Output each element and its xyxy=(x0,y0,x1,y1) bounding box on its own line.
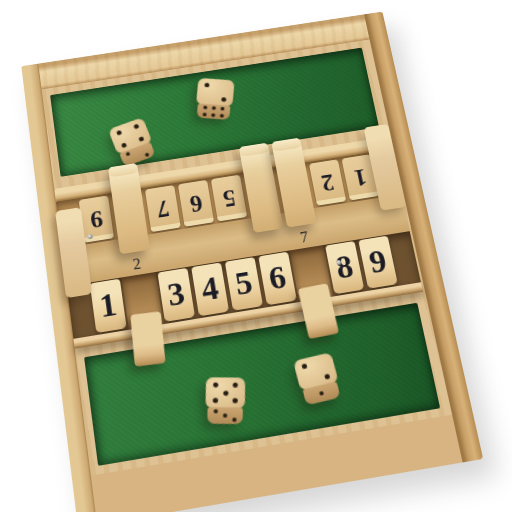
top-tile-7-shut[interactable]: 7 xyxy=(145,185,181,232)
tile-number: 9 xyxy=(89,206,104,231)
tile-rack: 976521 843 27 1345689 xyxy=(54,137,421,339)
tile-number: 4 xyxy=(199,272,221,306)
rail-number-bottom-7: 7 xyxy=(299,229,310,245)
top-tile-5-shut[interactable]: 5 xyxy=(211,175,247,222)
tile-number: 6 xyxy=(266,261,288,295)
tile-number: 3 xyxy=(166,278,187,312)
bottom-tile-9-open[interactable]: 9 xyxy=(358,236,398,289)
shut-the-box-game: 976521 843 27 1345689 xyxy=(21,12,483,512)
tile-number: 8 xyxy=(333,251,356,285)
tile-number: 6 xyxy=(188,191,204,216)
rail-number-bottom-2: 2 xyxy=(132,256,142,272)
top-tile-6-shut[interactable]: 6 xyxy=(178,180,214,227)
tile-number: 2 xyxy=(319,170,336,195)
bottom-tile-2-shut[interactable] xyxy=(130,311,165,366)
tile-number: 9 xyxy=(367,245,390,279)
tile-number: 1 xyxy=(352,165,369,190)
photo-canvas: 976521 843 27 1345689 xyxy=(0,0,512,512)
tile-number: 1 xyxy=(98,288,119,323)
bottom-tile-3-open[interactable]: 3 xyxy=(157,268,195,322)
tile-number: 5 xyxy=(221,186,237,211)
bottom-tile-1-open[interactable]: 1 xyxy=(90,279,127,333)
tile-number: 7 xyxy=(155,196,171,221)
wooden-box: 976521 843 27 1345689 xyxy=(21,12,483,512)
tile-number: 5 xyxy=(233,267,255,301)
